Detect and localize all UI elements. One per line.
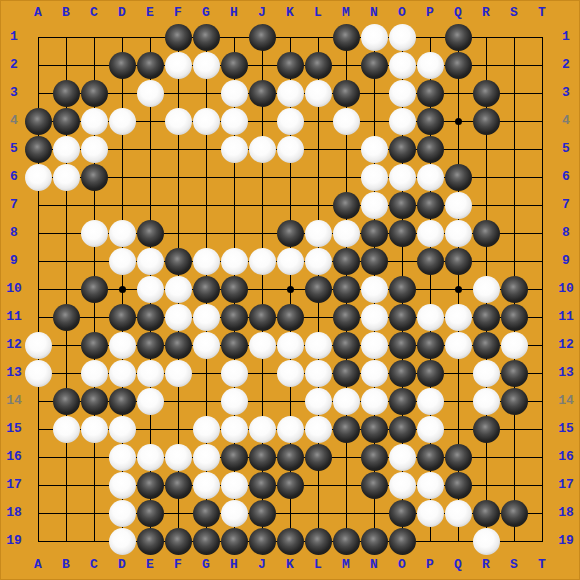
black-stone-H10[interactable] bbox=[221, 276, 248, 303]
white-stone-E3[interactable] bbox=[137, 80, 164, 107]
white-stone-C4[interactable] bbox=[81, 108, 108, 135]
black-stone-N8[interactable] bbox=[361, 220, 388, 247]
row-label-right-14: 14 bbox=[552, 392, 580, 410]
black-stone-M15[interactable] bbox=[333, 416, 360, 443]
col-label-bottom-J: J bbox=[248, 556, 276, 574]
white-stone-D9[interactable] bbox=[109, 248, 136, 275]
white-stone-C13[interactable] bbox=[81, 360, 108, 387]
row-label-right-7: 7 bbox=[552, 196, 580, 214]
white-stone-L15[interactable] bbox=[305, 416, 332, 443]
white-stone-E16[interactable] bbox=[137, 444, 164, 471]
black-stone-R18[interactable] bbox=[473, 500, 500, 527]
col-label-bottom-F: F bbox=[164, 556, 192, 574]
white-stone-C5[interactable] bbox=[81, 136, 108, 163]
white-stone-H4[interactable] bbox=[221, 108, 248, 135]
black-stone-K19[interactable] bbox=[277, 528, 304, 555]
white-stone-P8[interactable] bbox=[417, 220, 444, 247]
col-label-top-B: B bbox=[52, 4, 80, 22]
col-label-bottom-P: P bbox=[416, 556, 444, 574]
col-label-bottom-E: E bbox=[136, 556, 164, 574]
black-stone-G19[interactable] bbox=[193, 528, 220, 555]
white-stone-G12[interactable] bbox=[193, 332, 220, 359]
white-stone-C8[interactable] bbox=[81, 220, 108, 247]
black-stone-E18[interactable] bbox=[137, 500, 164, 527]
row-label-left-3: 3 bbox=[0, 84, 28, 102]
white-stone-C15[interactable] bbox=[81, 416, 108, 443]
black-stone-P4[interactable] bbox=[417, 108, 444, 135]
white-stone-K9[interactable] bbox=[277, 248, 304, 275]
white-stone-L8[interactable] bbox=[305, 220, 332, 247]
col-label-bottom-M: M bbox=[332, 556, 360, 574]
black-stone-P16[interactable] bbox=[417, 444, 444, 471]
row-label-left-15: 15 bbox=[0, 420, 28, 438]
black-stone-J3[interactable] bbox=[249, 80, 276, 107]
white-stone-F11[interactable] bbox=[165, 304, 192, 331]
black-stone-R4[interactable] bbox=[473, 108, 500, 135]
white-stone-H17[interactable] bbox=[221, 472, 248, 499]
white-stone-A13[interactable] bbox=[25, 360, 52, 387]
white-stone-K3[interactable] bbox=[277, 80, 304, 107]
col-label-bottom-D: D bbox=[108, 556, 136, 574]
row-label-right-19: 19 bbox=[552, 532, 580, 550]
white-stone-P17[interactable] bbox=[417, 472, 444, 499]
col-label-top-C: C bbox=[80, 4, 108, 22]
black-stone-O19[interactable] bbox=[389, 528, 416, 555]
black-stone-D2[interactable] bbox=[109, 52, 136, 79]
white-stone-F4[interactable] bbox=[165, 108, 192, 135]
white-stone-L13[interactable] bbox=[305, 360, 332, 387]
black-stone-F12[interactable] bbox=[165, 332, 192, 359]
black-stone-J11[interactable] bbox=[249, 304, 276, 331]
black-stone-N2[interactable] bbox=[361, 52, 388, 79]
white-stone-M8[interactable] bbox=[333, 220, 360, 247]
black-stone-C10[interactable] bbox=[81, 276, 108, 303]
col-label-top-S: S bbox=[500, 4, 528, 22]
black-stone-P3[interactable] bbox=[417, 80, 444, 107]
black-stone-P12[interactable] bbox=[417, 332, 444, 359]
black-stone-F17[interactable] bbox=[165, 472, 192, 499]
col-label-top-O: O bbox=[388, 4, 416, 22]
white-stone-L9[interactable] bbox=[305, 248, 332, 275]
white-stone-S12[interactable] bbox=[501, 332, 528, 359]
row-label-left-4: 4 bbox=[0, 112, 28, 130]
star-point-Q10 bbox=[455, 286, 462, 293]
white-stone-J5[interactable] bbox=[249, 136, 276, 163]
white-stone-F10[interactable] bbox=[165, 276, 192, 303]
black-stone-B11[interactable] bbox=[53, 304, 80, 331]
white-stone-E10[interactable] bbox=[137, 276, 164, 303]
white-stone-M14[interactable] bbox=[333, 388, 360, 415]
black-stone-N16[interactable] bbox=[361, 444, 388, 471]
white-stone-G16[interactable] bbox=[193, 444, 220, 471]
white-stone-B6[interactable] bbox=[53, 164, 80, 191]
row-label-right-8: 8 bbox=[552, 224, 580, 242]
black-stone-K2[interactable] bbox=[277, 52, 304, 79]
black-stone-M12[interactable] bbox=[333, 332, 360, 359]
col-label-bottom-A: A bbox=[24, 556, 52, 574]
white-stone-E13[interactable] bbox=[137, 360, 164, 387]
black-stone-E17[interactable] bbox=[137, 472, 164, 499]
black-stone-L19[interactable] bbox=[305, 528, 332, 555]
black-stone-K8[interactable] bbox=[277, 220, 304, 247]
black-stone-E11[interactable] bbox=[137, 304, 164, 331]
white-stone-D15[interactable] bbox=[109, 416, 136, 443]
black-stone-M1[interactable] bbox=[333, 24, 360, 51]
row-label-right-11: 11 bbox=[552, 308, 580, 326]
white-stone-Q7[interactable] bbox=[445, 192, 472, 219]
white-stone-E14[interactable] bbox=[137, 388, 164, 415]
black-stone-H19[interactable] bbox=[221, 528, 248, 555]
white-stone-D18[interactable] bbox=[109, 500, 136, 527]
black-stone-L2[interactable] bbox=[305, 52, 332, 79]
row-label-right-5: 5 bbox=[552, 140, 580, 158]
star-point-K10 bbox=[287, 286, 294, 293]
black-stone-N9[interactable] bbox=[361, 248, 388, 275]
col-label-top-P: P bbox=[416, 4, 444, 22]
white-stone-B5[interactable] bbox=[53, 136, 80, 163]
white-stone-G9[interactable] bbox=[193, 248, 220, 275]
black-stone-R15[interactable] bbox=[473, 416, 500, 443]
white-stone-D8[interactable] bbox=[109, 220, 136, 247]
star-point-Q4 bbox=[455, 118, 462, 125]
col-label-bottom-R: R bbox=[472, 556, 500, 574]
black-stone-E2[interactable] bbox=[137, 52, 164, 79]
col-label-top-E: E bbox=[136, 4, 164, 22]
black-stone-R8[interactable] bbox=[473, 220, 500, 247]
white-stone-L12[interactable] bbox=[305, 332, 332, 359]
black-stone-P5[interactable] bbox=[417, 136, 444, 163]
white-stone-R13[interactable] bbox=[473, 360, 500, 387]
white-stone-M4[interactable] bbox=[333, 108, 360, 135]
white-stone-D19[interactable] bbox=[109, 528, 136, 555]
black-stone-O5[interactable] bbox=[389, 136, 416, 163]
white-stone-H5[interactable] bbox=[221, 136, 248, 163]
col-label-top-H: H bbox=[220, 4, 248, 22]
white-stone-N13[interactable] bbox=[361, 360, 388, 387]
white-stone-H13[interactable] bbox=[221, 360, 248, 387]
white-stone-N12[interactable] bbox=[361, 332, 388, 359]
go-app-window: AABBCCDDEEFFGGHHJJKKLLMMNNOOPPQQRRSSTT11… bbox=[0, 0, 580, 580]
col-label-bottom-O: O bbox=[388, 556, 416, 574]
white-stone-O17[interactable] bbox=[389, 472, 416, 499]
white-stone-D13[interactable] bbox=[109, 360, 136, 387]
go-board[interactable]: AABBCCDDEEFFGGHHJJKKLLMMNNOOPPQQRRSSTT11… bbox=[0, 0, 580, 580]
row-label-right-16: 16 bbox=[552, 448, 580, 466]
white-stone-R10[interactable] bbox=[473, 276, 500, 303]
white-stone-P15[interactable] bbox=[417, 416, 444, 443]
col-label-bottom-G: G bbox=[192, 556, 220, 574]
col-label-bottom-N: N bbox=[360, 556, 388, 574]
black-stone-E8[interactable] bbox=[137, 220, 164, 247]
black-stone-J19[interactable] bbox=[249, 528, 276, 555]
white-stone-H18[interactable] bbox=[221, 500, 248, 527]
white-stone-K4[interactable] bbox=[277, 108, 304, 135]
white-stone-Q12[interactable] bbox=[445, 332, 472, 359]
row-label-left-17: 17 bbox=[0, 476, 28, 494]
black-stone-J16[interactable] bbox=[249, 444, 276, 471]
col-label-bottom-H: H bbox=[220, 556, 248, 574]
row-label-left-9: 9 bbox=[0, 252, 28, 270]
white-stone-H15[interactable] bbox=[221, 416, 248, 443]
black-stone-Q16[interactable] bbox=[445, 444, 472, 471]
black-stone-G1[interactable] bbox=[193, 24, 220, 51]
white-stone-G4[interactable] bbox=[193, 108, 220, 135]
row-label-right-1: 1 bbox=[552, 28, 580, 46]
col-label-bottom-T: T bbox=[528, 556, 556, 574]
white-stone-N1[interactable] bbox=[361, 24, 388, 51]
white-stone-N5[interactable] bbox=[361, 136, 388, 163]
row-label-left-5: 5 bbox=[0, 140, 28, 158]
white-stone-K12[interactable] bbox=[277, 332, 304, 359]
black-stone-G18[interactable] bbox=[193, 500, 220, 527]
row-label-left-2: 2 bbox=[0, 56, 28, 74]
black-stone-H2[interactable] bbox=[221, 52, 248, 79]
col-label-bottom-B: B bbox=[52, 556, 80, 574]
black-stone-O14[interactable] bbox=[389, 388, 416, 415]
black-stone-F19[interactable] bbox=[165, 528, 192, 555]
white-stone-L3[interactable] bbox=[305, 80, 332, 107]
white-stone-F2[interactable] bbox=[165, 52, 192, 79]
col-label-top-J: J bbox=[248, 4, 276, 22]
white-stone-P18[interactable] bbox=[417, 500, 444, 527]
black-stone-S10[interactable] bbox=[501, 276, 528, 303]
white-stone-L14[interactable] bbox=[305, 388, 332, 415]
row-label-right-15: 15 bbox=[552, 420, 580, 438]
black-stone-A4[interactable] bbox=[25, 108, 52, 135]
white-stone-H14[interactable] bbox=[221, 388, 248, 415]
black-stone-O12[interactable] bbox=[389, 332, 416, 359]
black-stone-O13[interactable] bbox=[389, 360, 416, 387]
row-label-left-7: 7 bbox=[0, 196, 28, 214]
white-stone-P6[interactable] bbox=[417, 164, 444, 191]
black-stone-L16[interactable] bbox=[305, 444, 332, 471]
white-stone-E9[interactable] bbox=[137, 248, 164, 275]
white-stone-O6[interactable] bbox=[389, 164, 416, 191]
row-label-right-6: 6 bbox=[552, 168, 580, 186]
black-stone-J17[interactable] bbox=[249, 472, 276, 499]
black-stone-O18[interactable] bbox=[389, 500, 416, 527]
black-stone-S11[interactable] bbox=[501, 304, 528, 331]
black-stone-S14[interactable] bbox=[501, 388, 528, 415]
row-label-left-14: 14 bbox=[0, 392, 28, 410]
black-stone-F1[interactable] bbox=[165, 24, 192, 51]
col-label-top-G: G bbox=[192, 4, 220, 22]
white-stone-O3[interactable] bbox=[389, 80, 416, 107]
row-label-left-13: 13 bbox=[0, 364, 28, 382]
black-stone-D11[interactable] bbox=[109, 304, 136, 331]
black-stone-C3[interactable] bbox=[81, 80, 108, 107]
black-stone-N17[interactable] bbox=[361, 472, 388, 499]
black-stone-O15[interactable] bbox=[389, 416, 416, 443]
white-stone-P2[interactable] bbox=[417, 52, 444, 79]
black-stone-Q9[interactable] bbox=[445, 248, 472, 275]
black-stone-B14[interactable] bbox=[53, 388, 80, 415]
white-stone-D16[interactable] bbox=[109, 444, 136, 471]
white-stone-F13[interactable] bbox=[165, 360, 192, 387]
black-stone-Q17[interactable] bbox=[445, 472, 472, 499]
black-stone-J18[interactable] bbox=[249, 500, 276, 527]
col-label-top-Q: Q bbox=[444, 4, 472, 22]
black-stone-D14[interactable] bbox=[109, 388, 136, 415]
row-label-left-6: 6 bbox=[0, 168, 28, 186]
col-label-bottom-K: K bbox=[276, 556, 304, 574]
white-stone-G11[interactable] bbox=[193, 304, 220, 331]
black-stone-L10[interactable] bbox=[305, 276, 332, 303]
white-stone-N14[interactable] bbox=[361, 388, 388, 415]
black-stone-P7[interactable] bbox=[417, 192, 444, 219]
col-label-bottom-L: L bbox=[304, 556, 332, 574]
white-stone-D4[interactable] bbox=[109, 108, 136, 135]
black-stone-M19[interactable] bbox=[333, 528, 360, 555]
white-stone-O16[interactable] bbox=[389, 444, 416, 471]
white-stone-F16[interactable] bbox=[165, 444, 192, 471]
white-stone-J12[interactable] bbox=[249, 332, 276, 359]
white-stone-N10[interactable] bbox=[361, 276, 388, 303]
black-stone-O10[interactable] bbox=[389, 276, 416, 303]
black-stone-R3[interactable] bbox=[473, 80, 500, 107]
col-label-top-A: A bbox=[24, 4, 52, 22]
row-label-right-2: 2 bbox=[552, 56, 580, 74]
black-stone-K17[interactable] bbox=[277, 472, 304, 499]
black-stone-S13[interactable] bbox=[501, 360, 528, 387]
col-label-top-R: R bbox=[472, 4, 500, 22]
white-stone-O2[interactable] bbox=[389, 52, 416, 79]
row-label-left-1: 1 bbox=[0, 28, 28, 46]
white-stone-P11[interactable] bbox=[417, 304, 444, 331]
row-label-right-17: 17 bbox=[552, 476, 580, 494]
white-stone-H9[interactable] bbox=[221, 248, 248, 275]
white-stone-Q18[interactable] bbox=[445, 500, 472, 527]
row-label-left-11: 11 bbox=[0, 308, 28, 326]
row-label-right-13: 13 bbox=[552, 364, 580, 382]
black-stone-E19[interactable] bbox=[137, 528, 164, 555]
black-stone-O7[interactable] bbox=[389, 192, 416, 219]
black-stone-C6[interactable] bbox=[81, 164, 108, 191]
black-stone-O11[interactable] bbox=[389, 304, 416, 331]
black-stone-B3[interactable] bbox=[53, 80, 80, 107]
row-label-left-16: 16 bbox=[0, 448, 28, 466]
white-stone-A6[interactable] bbox=[25, 164, 52, 191]
black-stone-Q6[interactable] bbox=[445, 164, 472, 191]
black-stone-M9[interactable] bbox=[333, 248, 360, 275]
white-stone-R14[interactable] bbox=[473, 388, 500, 415]
black-stone-R11[interactable] bbox=[473, 304, 500, 331]
white-stone-H3[interactable] bbox=[221, 80, 248, 107]
row-label-left-12: 12 bbox=[0, 336, 28, 354]
white-stone-G17[interactable] bbox=[193, 472, 220, 499]
white-stone-N6[interactable] bbox=[361, 164, 388, 191]
col-label-bottom-C: C bbox=[80, 556, 108, 574]
white-stone-Q11[interactable] bbox=[445, 304, 472, 331]
black-stone-M7[interactable] bbox=[333, 192, 360, 219]
black-stone-N15[interactable] bbox=[361, 416, 388, 443]
white-stone-G2[interactable] bbox=[193, 52, 220, 79]
white-stone-P14[interactable] bbox=[417, 388, 444, 415]
black-stone-J1[interactable] bbox=[249, 24, 276, 51]
black-stone-H16[interactable] bbox=[221, 444, 248, 471]
row-label-right-9: 9 bbox=[552, 252, 580, 270]
black-stone-E12[interactable] bbox=[137, 332, 164, 359]
white-stone-O4[interactable] bbox=[389, 108, 416, 135]
black-stone-M11[interactable] bbox=[333, 304, 360, 331]
white-stone-R19[interactable] bbox=[473, 528, 500, 555]
row-label-right-10: 10 bbox=[552, 280, 580, 298]
col-label-top-L: L bbox=[304, 4, 332, 22]
col-label-bottom-Q: Q bbox=[444, 556, 472, 574]
white-stone-J15[interactable] bbox=[249, 416, 276, 443]
black-stone-M3[interactable] bbox=[333, 80, 360, 107]
col-label-top-K: K bbox=[276, 4, 304, 22]
row-label-left-10: 10 bbox=[0, 280, 28, 298]
black-stone-F9[interactable] bbox=[165, 248, 192, 275]
row-label-right-3: 3 bbox=[552, 84, 580, 102]
white-stone-D17[interactable] bbox=[109, 472, 136, 499]
col-label-top-M: M bbox=[332, 4, 360, 22]
white-stone-N7[interactable] bbox=[361, 192, 388, 219]
black-stone-P9[interactable] bbox=[417, 248, 444, 275]
black-stone-S18[interactable] bbox=[501, 500, 528, 527]
col-label-top-D: D bbox=[108, 4, 136, 22]
white-stone-Q8[interactable] bbox=[445, 220, 472, 247]
star-point-D10 bbox=[119, 286, 126, 293]
col-label-top-F: F bbox=[164, 4, 192, 22]
row-label-left-18: 18 bbox=[0, 504, 28, 522]
white-stone-K5[interactable] bbox=[277, 136, 304, 163]
black-stone-Q2[interactable] bbox=[445, 52, 472, 79]
black-stone-Q1[interactable] bbox=[445, 24, 472, 51]
black-stone-C14[interactable] bbox=[81, 388, 108, 415]
black-stone-R12[interactable] bbox=[473, 332, 500, 359]
white-stone-D12[interactable] bbox=[109, 332, 136, 359]
col-label-top-T: T bbox=[528, 4, 556, 22]
black-stone-P13[interactable] bbox=[417, 360, 444, 387]
row-label-right-12: 12 bbox=[552, 336, 580, 354]
col-label-top-N: N bbox=[360, 4, 388, 22]
black-stone-K16[interactable] bbox=[277, 444, 304, 471]
black-stone-M13[interactable] bbox=[333, 360, 360, 387]
white-stone-J9[interactable] bbox=[249, 248, 276, 275]
row-label-right-18: 18 bbox=[552, 504, 580, 522]
white-stone-N11[interactable] bbox=[361, 304, 388, 331]
black-stone-A5[interactable] bbox=[25, 136, 52, 163]
white-stone-O1[interactable] bbox=[389, 24, 416, 51]
white-stone-B15[interactable] bbox=[53, 416, 80, 443]
row-label-left-8: 8 bbox=[0, 224, 28, 242]
black-stone-K11[interactable] bbox=[277, 304, 304, 331]
white-stone-K13[interactable] bbox=[277, 360, 304, 387]
white-stone-K15[interactable] bbox=[277, 416, 304, 443]
col-label-bottom-S: S bbox=[500, 556, 528, 574]
black-stone-B4[interactable] bbox=[53, 108, 80, 135]
white-stone-G15[interactable] bbox=[193, 416, 220, 443]
black-stone-M10[interactable] bbox=[333, 276, 360, 303]
black-stone-G10[interactable] bbox=[193, 276, 220, 303]
row-label-left-19: 19 bbox=[0, 532, 28, 550]
white-stone-A12[interactable] bbox=[25, 332, 52, 359]
black-stone-O8[interactable] bbox=[389, 220, 416, 247]
black-stone-H12[interactable] bbox=[221, 332, 248, 359]
black-stone-N19[interactable] bbox=[361, 528, 388, 555]
black-stone-C12[interactable] bbox=[81, 332, 108, 359]
row-label-right-4: 4 bbox=[552, 112, 580, 130]
black-stone-H11[interactable] bbox=[221, 304, 248, 331]
